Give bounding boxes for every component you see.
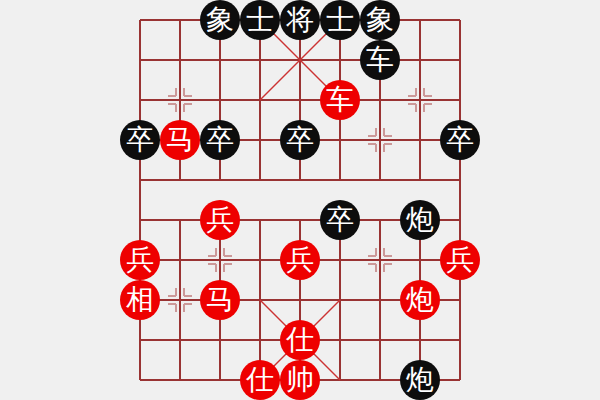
piece-red-general[interactable]: 帅 <box>280 360 320 400</box>
piece-red-soldier[interactable]: 兵 <box>120 240 160 280</box>
piece-red-soldier[interactable]: 兵 <box>280 240 320 280</box>
piece-black-soldier[interactable]: 卒 <box>320 200 360 240</box>
piece-black-chariot[interactable]: 车 <box>360 40 400 80</box>
piece-black-cannon[interactable]: 炮 <box>400 360 440 400</box>
piece-black-general[interactable]: 将 <box>280 0 320 40</box>
piece-black-elephant[interactable]: 象 <box>200 0 240 40</box>
piece-black-advisor[interactable]: 士 <box>320 0 360 40</box>
piece-red-advisor[interactable]: 仕 <box>280 320 320 360</box>
piece-red-cannon[interactable]: 炮 <box>400 280 440 320</box>
piece-black-soldier[interactable]: 卒 <box>280 120 320 160</box>
piece-black-soldier[interactable]: 卒 <box>120 120 160 160</box>
piece-red-elephant[interactable]: 相 <box>120 280 160 320</box>
piece-red-advisor[interactable]: 仕 <box>240 360 280 400</box>
piece-black-cannon[interactable]: 炮 <box>400 200 440 240</box>
piece-red-chariot[interactable]: 车 <box>320 80 360 120</box>
piece-black-soldier[interactable]: 卒 <box>200 120 240 160</box>
piece-red-soldier[interactable]: 兵 <box>440 240 480 280</box>
piece-black-elephant[interactable]: 象 <box>360 0 400 40</box>
piece-red-horse[interactable]: 马 <box>160 120 200 160</box>
piece-black-soldier[interactable]: 卒 <box>440 120 480 160</box>
piece-red-soldier[interactable]: 兵 <box>200 200 240 240</box>
board-grid[interactable]: 象士将士象车车卒马卒卒卒兵卒炮兵兵兵相马炮仕仕帅炮 <box>120 0 480 400</box>
piece-red-horse[interactable]: 马 <box>200 280 240 320</box>
xiangqi-board: 象士将士象车车卒马卒卒卒兵卒炮兵兵兵相马炮仕仕帅炮 <box>0 0 600 400</box>
piece-black-advisor[interactable]: 士 <box>240 0 280 40</box>
